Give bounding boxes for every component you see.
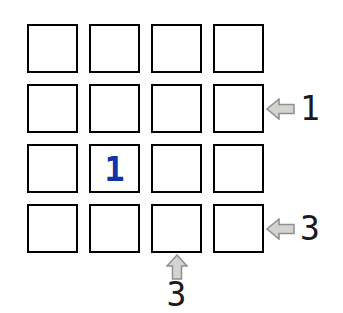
cell-r2c2[interactable] (89, 84, 140, 133)
cell-r4c1[interactable] (27, 204, 78, 253)
cell-r2c1[interactable] (27, 84, 78, 133)
cell-r1c3[interactable] (151, 24, 202, 73)
left-arrow-icon (266, 218, 295, 240)
cell-r2c3[interactable] (151, 84, 202, 133)
cell-r3c3[interactable] (151, 144, 202, 193)
cell-r3c2[interactable]: 1 (89, 144, 140, 193)
cell-r1c2[interactable] (89, 24, 140, 73)
cell-r4c4[interactable] (213, 204, 264, 253)
left-arrow-icon (266, 98, 295, 120)
given-digit: 1 (104, 152, 124, 186)
clue-bottom-col3: 3 (151, 254, 202, 310)
cell-r3c4[interactable] (213, 144, 264, 193)
cell-r1c4[interactable] (213, 24, 264, 73)
cell-r2c4[interactable] (213, 84, 264, 133)
cell-r4c3[interactable] (151, 204, 202, 253)
clue-number: 1 (300, 92, 320, 125)
clue-number: 3 (167, 280, 187, 310)
cell-r1c1[interactable] (27, 24, 78, 73)
clue-right-row4: 3 (266, 204, 320, 253)
cell-r4c2[interactable] (89, 204, 140, 253)
clue-number: 3 (300, 212, 320, 245)
clue-right-row2: 1 (266, 84, 320, 133)
puzzle-canvas: 1 1 3 3 (0, 0, 343, 313)
puzzle-board: 1 (27, 24, 264, 253)
cell-r3c1[interactable] (27, 144, 78, 193)
